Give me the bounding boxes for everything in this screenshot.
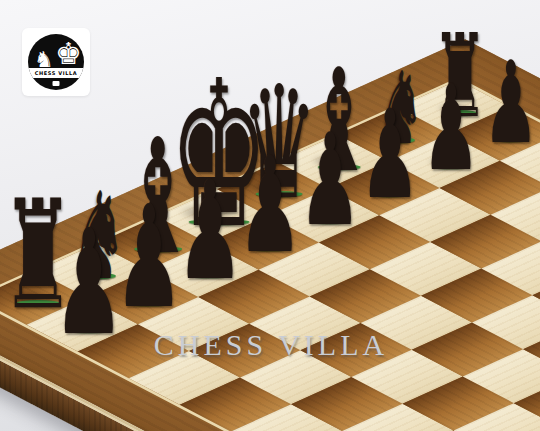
logo-banner-text: CHESS VILLA [28,68,84,78]
logo-circle: ♞ ♚ CHESS VILLA [28,34,84,90]
chess-piece-pawn: ♟ [422,70,480,188]
chess-piece-pawn: ♟ [176,164,243,300]
chess-piece-pawn: ♟ [299,117,362,244]
product-photo: ♜♞♝♚♛♝♞♜♟♟♟♟♟♟♟♟ CHESS VILLA ♞ ♚ CHESS V… [0,0,540,431]
logo-king-icon: ♚ [55,39,82,69]
chess-piece-pawn: ♟ [53,210,125,356]
chess-piece-pawn: ♟ [483,47,539,160]
logo-small-mark [53,81,60,86]
chess-piece-pawn: ♟ [360,94,420,217]
chess-piece-pawn: ♟ [237,140,302,272]
watermark-text: CHESS VILLA [154,328,388,362]
chess-villa-logo: ♞ ♚ CHESS VILLA [22,28,90,96]
